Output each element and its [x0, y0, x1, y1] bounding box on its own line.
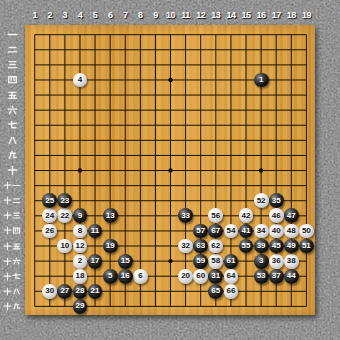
row-label — [1, 178, 23, 193]
stone-move-number: 39 — [257, 242, 266, 250]
stone-49[interactable]: 49 — [284, 239, 299, 254]
stone-5[interactable]: 5 — [103, 269, 118, 284]
stone-move-number: 50 — [302, 227, 311, 235]
stone-move-number: 16 — [121, 272, 130, 280]
row-label — [1, 223, 23, 238]
stone-48[interactable]: 48 — [284, 224, 299, 239]
row-label — [1, 88, 23, 103]
stone-move-number: 38 — [287, 257, 296, 265]
stone-27[interactable]: 27 — [57, 284, 72, 299]
stone-move-number: 27 — [60, 287, 69, 295]
stone-move-number: 26 — [45, 227, 54, 235]
stone-64[interactable]: 64 — [224, 269, 239, 284]
row-label — [1, 163, 23, 178]
stone-move-number: 57 — [196, 227, 205, 235]
stone-36[interactable]: 36 — [269, 254, 284, 269]
stone-28[interactable]: 28 — [73, 284, 88, 299]
stone-15[interactable]: 15 — [118, 254, 133, 269]
stone-61[interactable]: 61 — [224, 254, 239, 269]
stone-move-number: 24 — [45, 212, 54, 220]
stone-move-number: 47 — [287, 212, 296, 220]
stone-move-number: 64 — [226, 272, 235, 280]
stone-move-number: 45 — [272, 242, 281, 250]
stone-move-number: 62 — [211, 242, 220, 250]
stone-move-number: 23 — [60, 197, 69, 205]
stone-move-number: 11 — [91, 227, 99, 235]
row-label — [1, 193, 23, 208]
row-label — [1, 72, 23, 87]
stone-60[interactable]: 60 — [193, 269, 208, 284]
stone-move-number: 33 — [181, 212, 190, 220]
stone-move-number: 25 — [45, 197, 54, 205]
stone-move-number: 59 — [196, 257, 205, 265]
stone-move-number: 17 — [91, 257, 100, 265]
stone-move-number: 13 — [106, 212, 115, 220]
row-label — [1, 42, 23, 57]
goban[interactable]: 1234568910111213151617181920212223242526… — [25, 25, 315, 315]
stone-move-number: 61 — [226, 257, 235, 265]
stone-move-number: 51 — [302, 242, 311, 250]
stone-2[interactable]: 2 — [73, 254, 88, 269]
stone-move-number: 20 — [181, 272, 190, 280]
stone-35[interactable]: 35 — [269, 193, 284, 208]
row-label — [1, 57, 23, 72]
stone-move-number: 37 — [272, 272, 281, 280]
stone-18[interactable]: 18 — [73, 269, 88, 284]
stone-29[interactable]: 29 — [73, 299, 88, 314]
stone-move-number: 53 — [257, 272, 266, 280]
stone-move-number: 3 — [259, 257, 263, 265]
stone-move-number: 32 — [181, 242, 190, 250]
stone-move-number: 8 — [78, 227, 82, 235]
stone-31[interactable]: 31 — [208, 269, 223, 284]
stone-move-number: 1 — [259, 76, 263, 84]
stone-47[interactable]: 47 — [284, 208, 299, 223]
stone-move-number: 35 — [272, 197, 281, 205]
stone-move-number: 48 — [287, 227, 296, 235]
row-label — [1, 118, 23, 133]
stone-move-number: 67 — [211, 227, 220, 235]
stone-move-number: 4 — [78, 76, 82, 84]
row-label — [1, 269, 23, 284]
row-label — [1, 148, 23, 163]
stone-21[interactable]: 21 — [88, 284, 103, 299]
stone-39[interactable]: 39 — [254, 239, 269, 254]
stone-46[interactable]: 46 — [269, 208, 284, 223]
row-label — [1, 27, 23, 42]
stone-50[interactable]: 50 — [299, 224, 314, 239]
stone-move-number: 60 — [196, 272, 205, 280]
stone-13[interactable]: 13 — [103, 208, 118, 223]
go-game-screenshot: 12345678910111213141516171819 1234568910… — [0, 0, 340, 340]
row-label — [1, 103, 23, 118]
column-label: 19 — [297, 10, 315, 20]
stone-move-number: 56 — [211, 212, 220, 220]
stone-59[interactable]: 59 — [193, 254, 208, 269]
stone-44[interactable]: 44 — [284, 269, 299, 284]
stone-move-number: 63 — [196, 242, 205, 250]
stone-6[interactable]: 6 — [133, 269, 148, 284]
stone-move-number: 15 — [121, 257, 130, 265]
stone-53[interactable]: 53 — [254, 269, 269, 284]
stone-move-number: 34 — [257, 227, 266, 235]
stone-move-number: 41 — [242, 227, 251, 235]
stone-move-number: 22 — [60, 212, 69, 220]
stone-move-number: 36 — [272, 257, 281, 265]
stone-move-number: 18 — [76, 272, 85, 280]
stone-16[interactable]: 16 — [118, 269, 133, 284]
stone-move-number: 12 — [76, 242, 85, 250]
stone-40[interactable]: 40 — [269, 224, 284, 239]
stone-19[interactable]: 19 — [103, 239, 118, 254]
stone-move-number: 49 — [287, 242, 296, 250]
stone-move-number: 21 — [91, 287, 100, 295]
stone-65[interactable]: 65 — [208, 284, 223, 299]
stone-move-number: 6 — [138, 272, 142, 280]
stone-move-number: 58 — [211, 257, 220, 265]
row-label — [1, 299, 23, 314]
stone-move-number: 5 — [108, 272, 112, 280]
stone-move-number: 29 — [76, 302, 85, 310]
stone-17[interactable]: 17 — [88, 254, 103, 269]
stone-30[interactable]: 30 — [42, 284, 57, 299]
stone-58[interactable]: 58 — [208, 254, 223, 269]
row-label — [1, 254, 23, 269]
stone-move-number: 2 — [78, 257, 82, 265]
row-label — [1, 208, 23, 223]
stone-38[interactable]: 38 — [284, 254, 299, 269]
stone-move-number: 10 — [60, 242, 69, 250]
stone-51[interactable]: 51 — [299, 239, 314, 254]
stone-move-number: 44 — [287, 272, 296, 280]
stone-move-number: 42 — [242, 212, 251, 220]
stone-move-number: 28 — [76, 287, 85, 295]
stone-move-number: 52 — [257, 197, 266, 205]
stone-move-number: 46 — [272, 212, 281, 220]
stone-37[interactable]: 37 — [269, 269, 284, 284]
stone-52[interactable]: 52 — [254, 193, 269, 208]
row-label — [1, 133, 23, 148]
stone-move-number: 66 — [226, 287, 235, 295]
stone-45[interactable]: 45 — [269, 239, 284, 254]
stone-move-number: 9 — [78, 212, 82, 220]
stone-move-number: 65 — [211, 287, 220, 295]
stone-move-number: 31 — [211, 272, 220, 280]
stone-move-number: 55 — [242, 242, 251, 250]
stone-move-number: 54 — [226, 227, 235, 235]
stone-34[interactable]: 34 — [254, 224, 269, 239]
stone-move-number: 40 — [272, 227, 281, 235]
stone-move-number: 19 — [106, 242, 115, 250]
row-label — [1, 239, 23, 254]
row-label — [1, 284, 23, 299]
stone-1[interactable]: 1 — [254, 73, 269, 88]
stone-3[interactable]: 3 — [254, 254, 269, 269]
stone-move-number: 30 — [45, 287, 54, 295]
stone-20[interactable]: 20 — [178, 269, 193, 284]
stone-66[interactable]: 66 — [224, 284, 239, 299]
